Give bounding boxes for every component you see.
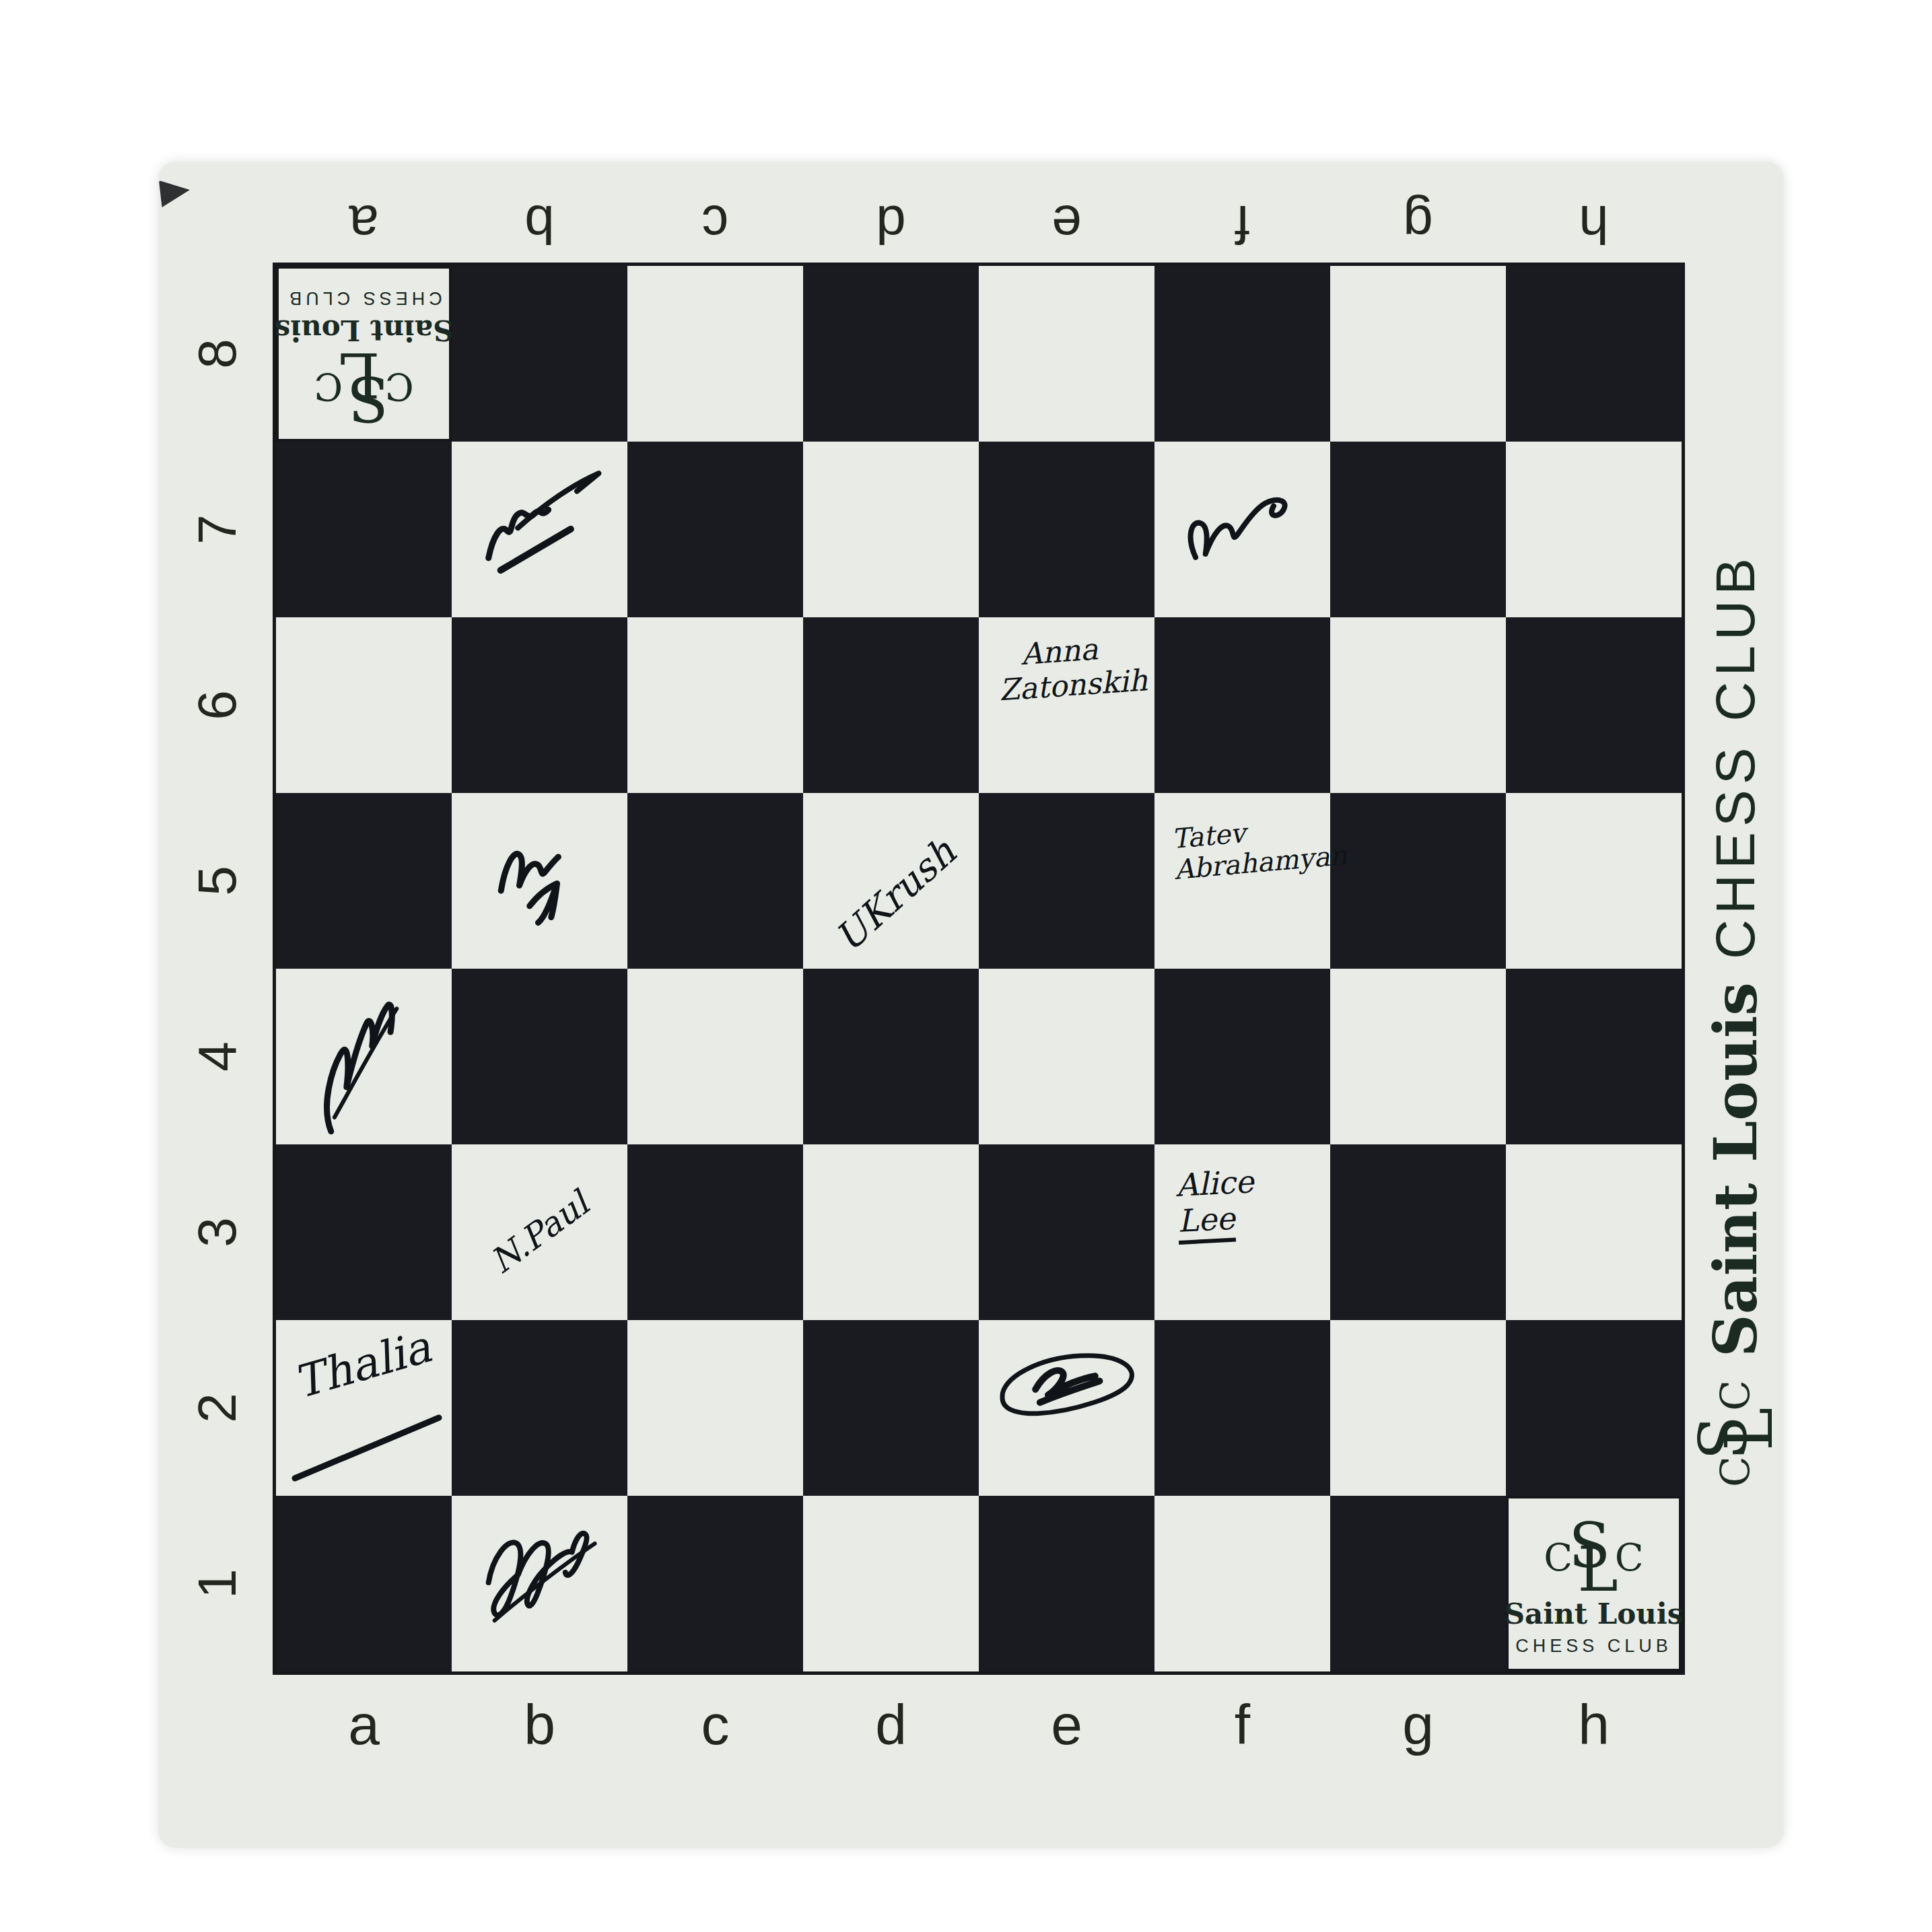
square-e5[interactable]	[979, 793, 1154, 969]
square-b2[interactable]	[452, 1320, 627, 1496]
signature-b5	[473, 810, 606, 939]
square-e8[interactable]	[979, 266, 1154, 442]
square-b6[interactable]	[452, 617, 627, 793]
square-h3[interactable]	[1506, 1144, 1682, 1320]
signature-e6: Anna Zatonskih	[996, 629, 1148, 707]
square-g2[interactable]	[1330, 1320, 1506, 1496]
file-labels-bottom: abcdefgh	[276, 1691, 1682, 1758]
square-d1[interactable]	[803, 1496, 979, 1671]
signature-f3: Alice Lee	[1175, 1164, 1256, 1239]
club-subtitle: CHESS CLUB	[285, 288, 442, 309]
square-d4[interactable]	[803, 969, 979, 1144]
signature-b7	[464, 456, 623, 581]
rank-label-left-6: 6	[129, 672, 305, 739]
csc-monogram-icon: CSLC	[1544, 1525, 1643, 1591]
csc-monogram-icon: CSLC	[1700, 1380, 1771, 1487]
signature-a2: Thalia	[283, 1325, 451, 1480]
rank-label-left-2: 2	[129, 1375, 305, 1442]
square-e4[interactable]	[979, 969, 1154, 1144]
file-label-bottom-g: g	[1330, 1691, 1506, 1758]
file-label-bottom-d: d	[803, 1691, 979, 1758]
club-subtitle: CHESS CLUB	[1515, 1636, 1672, 1657]
square-d6[interactable]	[803, 617, 979, 793]
rank-label-left-1: 1	[129, 1550, 305, 1618]
square-h7[interactable]	[1506, 442, 1682, 617]
rank-labels-left: 87654321	[183, 266, 250, 1671]
square-c2[interactable]	[627, 1320, 803, 1496]
square-h4[interactable]	[1506, 969, 1682, 1144]
file-labels-top: abcdefgh	[276, 194, 1682, 254]
square-g6[interactable]	[1330, 617, 1506, 793]
file-label-top-c: c	[627, 194, 803, 254]
square-f8[interactable]	[1154, 266, 1330, 442]
square-h2[interactable]	[1506, 1320, 1682, 1496]
square-e3[interactable]	[979, 1144, 1154, 1320]
signature-b1	[465, 1507, 612, 1644]
square-f6[interactable]	[1154, 617, 1330, 793]
rank-label-left-3: 3	[129, 1199, 305, 1266]
file-label-top-h: h	[1506, 194, 1682, 254]
square-f4[interactable]	[1154, 969, 1330, 1144]
square-g8[interactable]	[1330, 266, 1506, 442]
square-b4[interactable]	[452, 969, 627, 1144]
slcc-brand-strip: CSLC Saint Louis CHESS CLUB	[1692, 582, 1779, 1457]
square-e1[interactable]	[979, 1496, 1154, 1671]
file-label-bottom-a: a	[276, 1691, 452, 1758]
square-g3[interactable]	[1330, 1144, 1506, 1320]
square-d8[interactable]	[803, 266, 979, 442]
file-label-bottom-h: h	[1506, 1691, 1682, 1758]
rank-label-left-7: 7	[129, 496, 305, 563]
club-name: Saint Louis	[1700, 982, 1770, 1357]
square-h8[interactable]	[1506, 266, 1682, 442]
signature-f7	[1171, 470, 1313, 583]
rank-label-left-4: 4	[129, 1023, 305, 1091]
file-label-top-b: b	[452, 194, 627, 254]
file-label-bottom-b: b	[452, 1691, 627, 1758]
square-g1[interactable]	[1330, 1496, 1506, 1671]
square-g7[interactable]	[1330, 442, 1506, 617]
signature-a4	[291, 977, 427, 1148]
square-c5[interactable]	[627, 793, 803, 969]
signature-e2	[985, 1338, 1146, 1435]
slcc-logo-h1: CSLC Saint Louis CHESS CLUB	[1511, 1508, 1676, 1673]
square-h5[interactable]	[1506, 793, 1682, 969]
square-c3[interactable]	[627, 1144, 803, 1320]
file-label-bottom-f: f	[1154, 1691, 1330, 1758]
club-subtitle: CHESS CLUB	[1704, 553, 1767, 959]
square-g4[interactable]	[1330, 969, 1506, 1144]
square-f1[interactable]	[1154, 1496, 1330, 1671]
square-g5[interactable]	[1330, 793, 1506, 969]
square-h6[interactable]	[1506, 617, 1682, 793]
square-d3[interactable]	[803, 1144, 979, 1320]
square-c7[interactable]	[627, 442, 803, 617]
square-d7[interactable]	[803, 442, 979, 617]
photo-of-signed-chess-board: abcdefgh abcdefgh 87654321 CSLC Saint Lo…	[0, 0, 1932, 1932]
file-label-top-f: f	[1154, 194, 1330, 254]
square-f2[interactable]	[1154, 1320, 1330, 1496]
signature-b3: N.Paul	[459, 1152, 621, 1314]
square-c1[interactable]	[627, 1496, 803, 1671]
square-b8[interactable]	[452, 266, 627, 442]
file-label-top-d: d	[803, 194, 979, 254]
file-label-bottom-c: c	[627, 1691, 803, 1758]
slcc-logo-a8: CSLC Saint Louis CHESS CLUB	[281, 271, 446, 436]
square-d2[interactable]	[803, 1320, 979, 1496]
file-label-top-e: e	[979, 194, 1154, 254]
file-label-bottom-e: e	[979, 1691, 1154, 1758]
square-c6[interactable]	[627, 617, 803, 793]
signature-d5: UKrush	[811, 811, 979, 979]
file-label-top-a: a	[276, 194, 452, 254]
csc-monogram-icon: CSLC	[314, 354, 413, 420]
square-c8[interactable]	[627, 266, 803, 442]
square-e7[interactable]	[979, 442, 1154, 617]
rank-label-left-5: 5	[129, 848, 305, 915]
file-label-top-g: g	[1330, 194, 1506, 254]
square-c4[interactable]	[627, 969, 803, 1144]
